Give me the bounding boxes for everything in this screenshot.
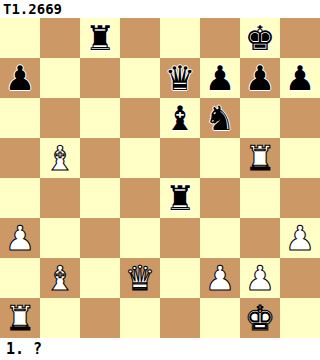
move-prompt: 1. ?	[0, 338, 320, 360]
square-e6[interactable]: ♝	[160, 98, 200, 138]
square-c7[interactable]	[80, 58, 120, 98]
piece-black-bishop[interactable]: ♝	[165, 101, 195, 135]
piece-black-pawn[interactable]: ♟	[245, 61, 275, 95]
square-h4[interactable]	[280, 178, 320, 218]
chess-board: ♜♚♟♛♟♟♟♝♞♝♜♜♟♟♝♛♟♟♜♚	[0, 18, 320, 338]
square-a4[interactable]	[0, 178, 40, 218]
square-b5[interactable]: ♝	[40, 138, 80, 178]
square-e1[interactable]	[160, 298, 200, 338]
square-c1[interactable]	[80, 298, 120, 338]
square-a7[interactable]: ♟	[0, 58, 40, 98]
square-d2[interactable]: ♛	[120, 258, 160, 298]
square-d3[interactable]	[120, 218, 160, 258]
square-h2[interactable]	[280, 258, 320, 298]
square-g5[interactable]: ♜	[240, 138, 280, 178]
piece-black-queen[interactable]: ♛	[165, 61, 195, 95]
square-a6[interactable]	[0, 98, 40, 138]
square-b4[interactable]	[40, 178, 80, 218]
square-h5[interactable]	[280, 138, 320, 178]
square-e5[interactable]	[160, 138, 200, 178]
square-a1[interactable]: ♜	[0, 298, 40, 338]
square-h8[interactable]	[280, 18, 320, 58]
piece-black-rook[interactable]: ♜	[165, 181, 195, 215]
square-f5[interactable]	[200, 138, 240, 178]
square-d4[interactable]	[120, 178, 160, 218]
piece-white-queen[interactable]: ♛	[125, 261, 155, 295]
square-g2[interactable]: ♟	[240, 258, 280, 298]
square-b7[interactable]	[40, 58, 80, 98]
square-d7[interactable]	[120, 58, 160, 98]
square-f8[interactable]	[200, 18, 240, 58]
piece-white-rook[interactable]: ♜	[245, 141, 275, 175]
piece-black-pawn[interactable]: ♟	[285, 61, 315, 95]
square-g7[interactable]: ♟	[240, 58, 280, 98]
square-b3[interactable]	[40, 218, 80, 258]
piece-white-rook[interactable]: ♜	[5, 301, 35, 335]
square-d8[interactable]	[120, 18, 160, 58]
square-b8[interactable]	[40, 18, 80, 58]
square-g4[interactable]	[240, 178, 280, 218]
piece-black-rook[interactable]: ♜	[85, 21, 115, 55]
piece-white-bishop[interactable]: ♝	[45, 261, 75, 295]
square-h3[interactable]: ♟	[280, 218, 320, 258]
piece-white-pawn[interactable]: ♟	[285, 221, 315, 255]
square-f3[interactable]	[200, 218, 240, 258]
piece-white-bishop[interactable]: ♝	[45, 141, 75, 175]
square-b6[interactable]	[40, 98, 80, 138]
square-e3[interactable]	[160, 218, 200, 258]
square-h6[interactable]	[280, 98, 320, 138]
square-f6[interactable]: ♞	[200, 98, 240, 138]
square-g1[interactable]: ♚	[240, 298, 280, 338]
square-c2[interactable]	[80, 258, 120, 298]
square-f1[interactable]	[200, 298, 240, 338]
square-d6[interactable]	[120, 98, 160, 138]
square-c3[interactable]	[80, 218, 120, 258]
square-e4[interactable]: ♜	[160, 178, 200, 218]
piece-white-pawn[interactable]: ♟	[205, 261, 235, 295]
square-f4[interactable]	[200, 178, 240, 218]
piece-black-pawn[interactable]: ♟	[5, 61, 35, 95]
square-h7[interactable]: ♟	[280, 58, 320, 98]
square-h1[interactable]	[280, 298, 320, 338]
square-g3[interactable]	[240, 218, 280, 258]
piece-black-king[interactable]: ♚	[245, 21, 275, 55]
square-e2[interactable]	[160, 258, 200, 298]
square-c6[interactable]	[80, 98, 120, 138]
square-g8[interactable]: ♚	[240, 18, 280, 58]
square-a3[interactable]: ♟	[0, 218, 40, 258]
square-e7[interactable]: ♛	[160, 58, 200, 98]
square-a5[interactable]	[0, 138, 40, 178]
square-g6[interactable]	[240, 98, 280, 138]
square-a2[interactable]	[0, 258, 40, 298]
piece-black-pawn[interactable]: ♟	[205, 61, 235, 95]
piece-black-knight[interactable]: ♞	[205, 101, 235, 135]
square-b1[interactable]	[40, 298, 80, 338]
piece-white-pawn[interactable]: ♟	[5, 221, 35, 255]
piece-white-king[interactable]: ♚	[245, 301, 275, 335]
square-c8[interactable]: ♜	[80, 18, 120, 58]
square-a8[interactable]	[0, 18, 40, 58]
piece-white-pawn[interactable]: ♟	[245, 261, 275, 295]
square-e8[interactable]	[160, 18, 200, 58]
square-c4[interactable]	[80, 178, 120, 218]
square-f7[interactable]: ♟	[200, 58, 240, 98]
square-f2[interactable]: ♟	[200, 258, 240, 298]
square-b2[interactable]: ♝	[40, 258, 80, 298]
square-d1[interactable]	[120, 298, 160, 338]
puzzle-title: T1.2669	[0, 0, 320, 18]
square-d5[interactable]	[120, 138, 160, 178]
square-c5[interactable]	[80, 138, 120, 178]
